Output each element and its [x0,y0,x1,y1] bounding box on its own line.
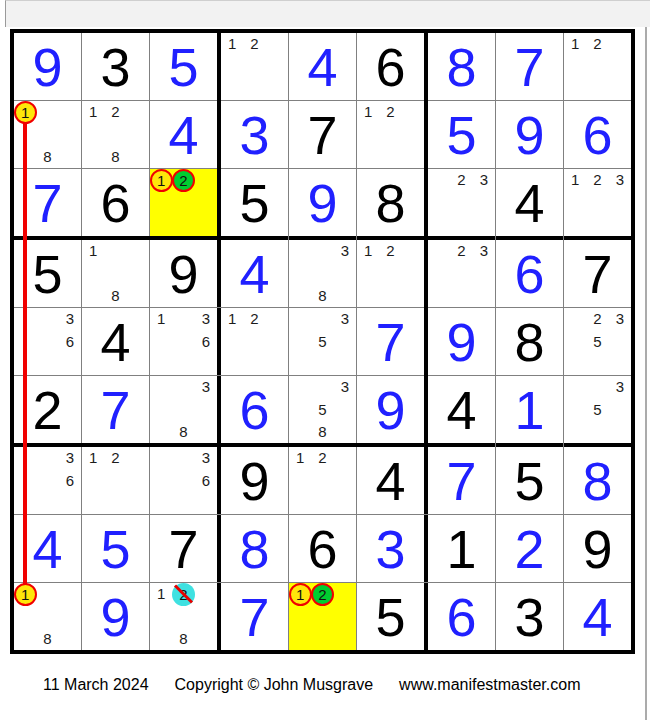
candidate-5: 5 [587,331,609,353]
solved-digit: 4 [564,583,631,650]
solved-digit: 9 [14,33,81,100]
candidate-3: 3 [334,240,356,262]
chain-node-candidate-1: 1 [150,169,173,192]
candidate-1: 1 [221,33,243,55]
cell-r6c4[interactable]: 6 [221,376,288,443]
candidate-3: 3 [195,447,217,469]
solved-digit: 9 [496,101,563,168]
chain-node-candidate-1: 1 [14,101,37,124]
solved-digit: 4 [150,101,217,168]
cell-r8c5[interactable]: 6 [289,515,356,582]
cell-r1c9[interactable]: 12 [564,33,631,100]
cell-r1c3[interactable]: 5 [150,33,217,100]
solved-digit: 7 [496,33,563,100]
solved-digit: 5 [428,101,495,168]
cell-r3c5[interactable]: 9 [289,169,356,236]
candidate-8: 8 [105,146,127,168]
cell-r5c2[interactable]: 4 [82,308,149,375]
cell-r3c8[interactable]: 4 [496,169,563,236]
candidate-8: 8 [173,628,195,650]
cell-r7c5[interactable]: 12 [289,447,356,514]
cell-r3c6[interactable]: 8 [357,169,424,236]
cell-r5c9[interactable]: 235 [564,308,631,375]
cell-r8c4[interactable]: 8 [221,515,288,582]
cell-r7c4[interactable]: 9 [221,447,288,514]
cell-r9c9[interactable]: 4 [564,583,631,650]
candidate-3: 3 [473,240,495,262]
cell-r4c8[interactable]: 6 [496,240,563,307]
cell-r3c4[interactable]: 5 [221,169,288,236]
cell-r7c2[interactable]: 12 [82,447,149,514]
solved-digit: 3 [357,515,424,582]
given-digit: 6 [82,169,149,236]
given-digit: 4 [496,169,563,236]
candidate-2: 2 [587,169,609,191]
cell-r1c8[interactable]: 7 [496,33,563,100]
candidate-1: 1 [150,583,172,605]
candidate-8: 8 [173,421,195,443]
cell-r4c6[interactable]: 12 [357,240,424,307]
cell-r5c8[interactable]: 8 [496,308,563,375]
cell-r6c3[interactable]: 38 [150,376,217,443]
cell-r6c2[interactable]: 7 [82,376,149,443]
cell-r9c7[interactable]: 6 [428,583,495,650]
elimination-slash-icon [174,584,193,603]
chain-node-candidate-1: 1 [14,583,37,606]
solved-digit: 9 [82,583,149,650]
candidate-2: 2 [105,447,127,469]
cell-r7c8[interactable]: 5 [496,447,563,514]
candidate-2: 2 [244,308,266,330]
cell-r2c7[interactable]: 5 [428,101,495,168]
candidate-1: 1 [82,447,104,469]
cell-r6c8[interactable]: 1 [496,376,563,443]
given-digit: 5 [357,583,424,650]
footer: 11 March 2024Copyright © John Musgraveww… [43,676,606,694]
cell-r3c7[interactable]: 23 [428,169,495,236]
cell-r6c5[interactable]: 358 [289,376,356,443]
candidate-2: 2 [380,240,402,262]
candidate-8: 8 [312,285,334,307]
given-digit: 3 [496,583,563,650]
candidate-3: 3 [334,308,356,330]
solved-digit: 8 [564,447,631,514]
solved-digit: 7 [357,308,424,375]
cell-r2c8[interactable]: 9 [496,101,563,168]
cell-r7c7[interactable]: 7 [428,447,495,514]
cell-r1c4[interactable]: 12 [221,33,288,100]
given-digit: 4 [428,376,495,443]
candidate-1: 1 [82,101,104,123]
solved-digit: 4 [221,240,288,307]
cell-r8c7[interactable]: 1 [428,515,495,582]
solved-digit: 5 [82,515,149,582]
cell-r4c9[interactable]: 7 [564,240,631,307]
candidate-2: 2 [244,33,266,55]
cell-r7c6[interactable]: 4 [357,447,424,514]
solved-digit: 3 [221,101,288,168]
candidate-6: 6 [195,470,217,492]
candidate-3: 3 [609,308,631,330]
solved-digit: 7 [221,583,288,650]
eliminated-candidate-2: 2 [172,583,195,606]
cell-r8c8[interactable]: 2 [496,515,563,582]
candidate-2: 2 [312,447,334,469]
cell-r2c6[interactable]: 12 [357,101,424,168]
cell-r3c3[interactable]: 12 [150,169,217,236]
cell-r9c8[interactable]: 3 [496,583,563,650]
solved-digit: 6 [428,583,495,650]
given-digit: 8 [357,169,424,236]
candidate-8: 8 [37,146,59,168]
solved-digit: 5 [150,33,217,100]
cell-r3c9[interactable]: 123 [564,169,631,236]
chain-link-line [23,112,27,594]
given-digit: 6 [357,33,424,100]
footer-date: 11 March 2024 [43,676,149,693]
cell-r5c6[interactable]: 7 [357,308,424,375]
candidate-6: 6 [195,331,217,353]
window-right-edge [645,27,647,720]
solved-digit: 4 [289,33,356,100]
candidate-3: 3 [195,308,217,330]
solved-digit: 7 [428,447,495,514]
given-digit: 5 [221,169,288,236]
cell-r4c7[interactable]: 23 [428,240,495,307]
cell-r1c5[interactable]: 4 [289,33,356,100]
given-digit: 3 [82,33,149,100]
candidate-2: 2 [587,33,609,55]
cell-r7c9[interactable]: 8 [564,447,631,514]
candidate-5: 5 [587,399,609,421]
cell-r5c7[interactable]: 9 [428,308,495,375]
cell-r1c7[interactable]: 8 [428,33,495,100]
solved-digit: 9 [428,308,495,375]
chain-node-candidate-2: 2 [311,583,334,606]
footer-copyright: Copyright © John Musgrave [175,676,374,693]
given-digit: 9 [564,515,631,582]
candidate-1: 1 [357,101,379,123]
candidate-8: 8 [105,285,127,307]
candidate-1: 1 [564,33,586,55]
candidate-1: 1 [357,240,379,262]
given-digit: 9 [150,240,217,307]
cell-r4c3[interactable]: 9 [150,240,217,307]
cell-r3c2[interactable]: 6 [82,169,149,236]
cell-r6c9[interactable]: 35 [564,376,631,443]
candidate-1: 1 [150,308,172,330]
cell-r2c3[interactable]: 4 [150,101,217,168]
candidate-5: 5 [312,399,334,421]
solved-digit: 1 [496,376,563,443]
candidate-3: 3 [609,376,631,398]
footer-website[interactable]: www.manifestmaster.com [399,676,580,693]
candidate-3: 3 [609,169,631,191]
toolbar-strip [5,0,650,27]
candidate-2: 2 [105,101,127,123]
candidate-8: 8 [312,421,334,443]
candidate-6: 6 [59,470,81,492]
solved-digit: 7 [82,376,149,443]
candidate-3: 3 [59,447,81,469]
candidate-3: 3 [473,169,495,191]
chain-node-candidate-2: 2 [172,169,195,192]
chain-node-candidate-1: 1 [289,583,312,606]
cell-r2c2[interactable]: 128 [82,101,149,168]
candidate-2: 2 [587,308,609,330]
given-digit: 5 [496,447,563,514]
solved-digit: 9 [289,169,356,236]
cell-r6c7[interactable]: 4 [428,376,495,443]
candidate-5: 5 [312,331,334,353]
given-digit: 4 [357,447,424,514]
cell-r5c3[interactable]: 136 [150,308,217,375]
given-digit: 1 [428,515,495,582]
cell-r8c3[interactable]: 7 [150,515,217,582]
candidate-1: 1 [82,240,104,262]
cell-r2c5[interactable]: 7 [289,101,356,168]
candidate-3: 3 [334,376,356,398]
cell-r4c2[interactable]: 18 [82,240,149,307]
candidate-2: 2 [451,240,473,262]
candidate-1: 1 [221,308,243,330]
given-digit: 4 [82,308,149,375]
given-digit: 9 [221,447,288,514]
given-digit: 7 [564,240,631,307]
candidate-3: 3 [195,376,217,398]
cell-r8c2[interactable]: 5 [82,515,149,582]
cell-r9c6[interactable]: 5 [357,583,424,650]
cell-r4c5[interactable]: 38 [289,240,356,307]
candidate-1: 1 [289,447,311,469]
cell-r1c2[interactable]: 3 [82,33,149,100]
candidate-6: 6 [59,331,81,353]
cell-r4c4[interactable]: 4 [221,240,288,307]
given-digit: 7 [289,101,356,168]
candidate-8: 8 [37,628,59,650]
given-digit: 8 [496,308,563,375]
candidate-3: 3 [59,308,81,330]
sudoku-board: 9351246871218128437125967612598234123518… [10,29,635,654]
cell-r1c6[interactable]: 6 [357,33,424,100]
candidate-1: 1 [564,169,586,191]
cell-r9c5[interactable]: 12 [289,583,356,650]
cell-r2c4[interactable]: 3 [221,101,288,168]
cell-r8c6[interactable]: 3 [357,515,424,582]
candidate-2: 2 [451,169,473,191]
solved-digit: 9 [357,376,424,443]
solved-digit: 8 [221,515,288,582]
solved-digit: 6 [564,101,631,168]
candidate-2: 2 [380,101,402,123]
solved-digit: 6 [496,240,563,307]
cell-r9c4[interactable]: 7 [221,583,288,650]
cell-r2c9[interactable]: 6 [564,101,631,168]
cell-r1c1[interactable]: 9 [14,33,81,100]
cell-r9c1[interactable]: 18 [14,583,81,650]
solved-digit: 6 [221,376,288,443]
cell-r6c6[interactable]: 9 [357,376,424,443]
cell-r8c9[interactable]: 9 [564,515,631,582]
cell-r7c3[interactable]: 36 [150,447,217,514]
cell-r9c2[interactable]: 9 [82,583,149,650]
cell-r9c3[interactable]: 128 [150,583,217,650]
solved-digit: 2 [496,515,563,582]
solved-digit: 8 [428,33,495,100]
given-digit: 7 [150,515,217,582]
given-digit: 6 [289,515,356,582]
cell-r5c4[interactable]: 12 [221,308,288,375]
cell-r5c5[interactable]: 35 [289,308,356,375]
